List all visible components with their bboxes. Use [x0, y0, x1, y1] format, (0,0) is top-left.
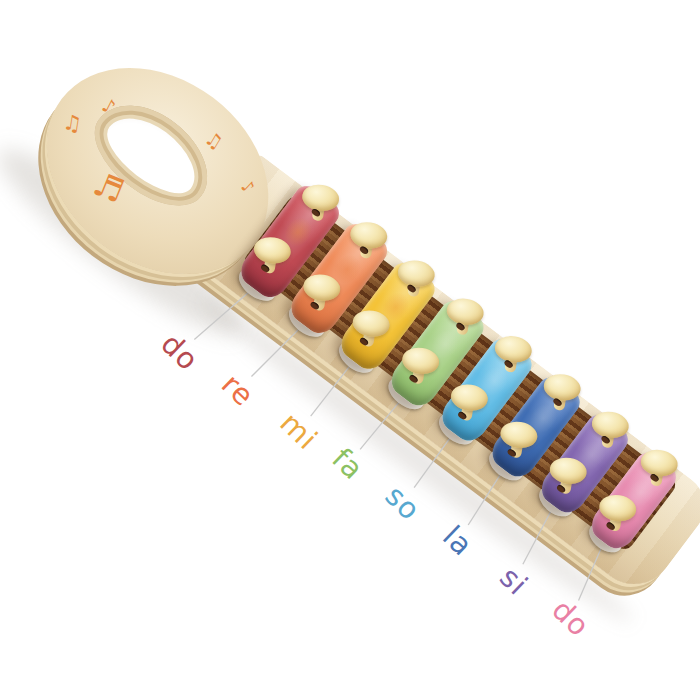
peg-cap [300, 182, 341, 213]
peg-cap [400, 345, 441, 376]
peg-cap [639, 447, 680, 478]
peg-cap [493, 334, 534, 365]
peg-top [442, 296, 486, 349]
peg-bottom [298, 272, 342, 325]
peg-cap [445, 296, 486, 327]
product-photo: ♫♪♬♫♪ doremifasolasido [0, 0, 700, 700]
peg-cap [597, 492, 638, 523]
peg-bottom [347, 308, 391, 361]
peg-top [490, 334, 534, 387]
peg-top [538, 372, 582, 425]
peg-top [393, 258, 437, 311]
peg-bottom [495, 419, 539, 472]
peg-bottom [249, 235, 293, 288]
peg-top [296, 182, 340, 235]
peg-cap [590, 409, 631, 440]
peg-cap [252, 235, 293, 266]
peg-top [345, 220, 389, 273]
peg-top [635, 447, 679, 500]
peg-cap [348, 220, 389, 251]
peg-cap [301, 272, 342, 303]
peg-bottom [397, 345, 441, 398]
peg-bottom [446, 382, 490, 435]
bars-layer [0, 0, 700, 668]
peg-cap [351, 308, 392, 339]
peg-bottom [545, 455, 589, 508]
peg-cap [397, 258, 438, 289]
peg-cap [499, 419, 540, 450]
peg-cap [449, 382, 490, 413]
peg-cap [542, 372, 583, 403]
peg-bottom [594, 492, 638, 545]
peg-top [587, 409, 631, 462]
peg-cap [548, 455, 589, 486]
